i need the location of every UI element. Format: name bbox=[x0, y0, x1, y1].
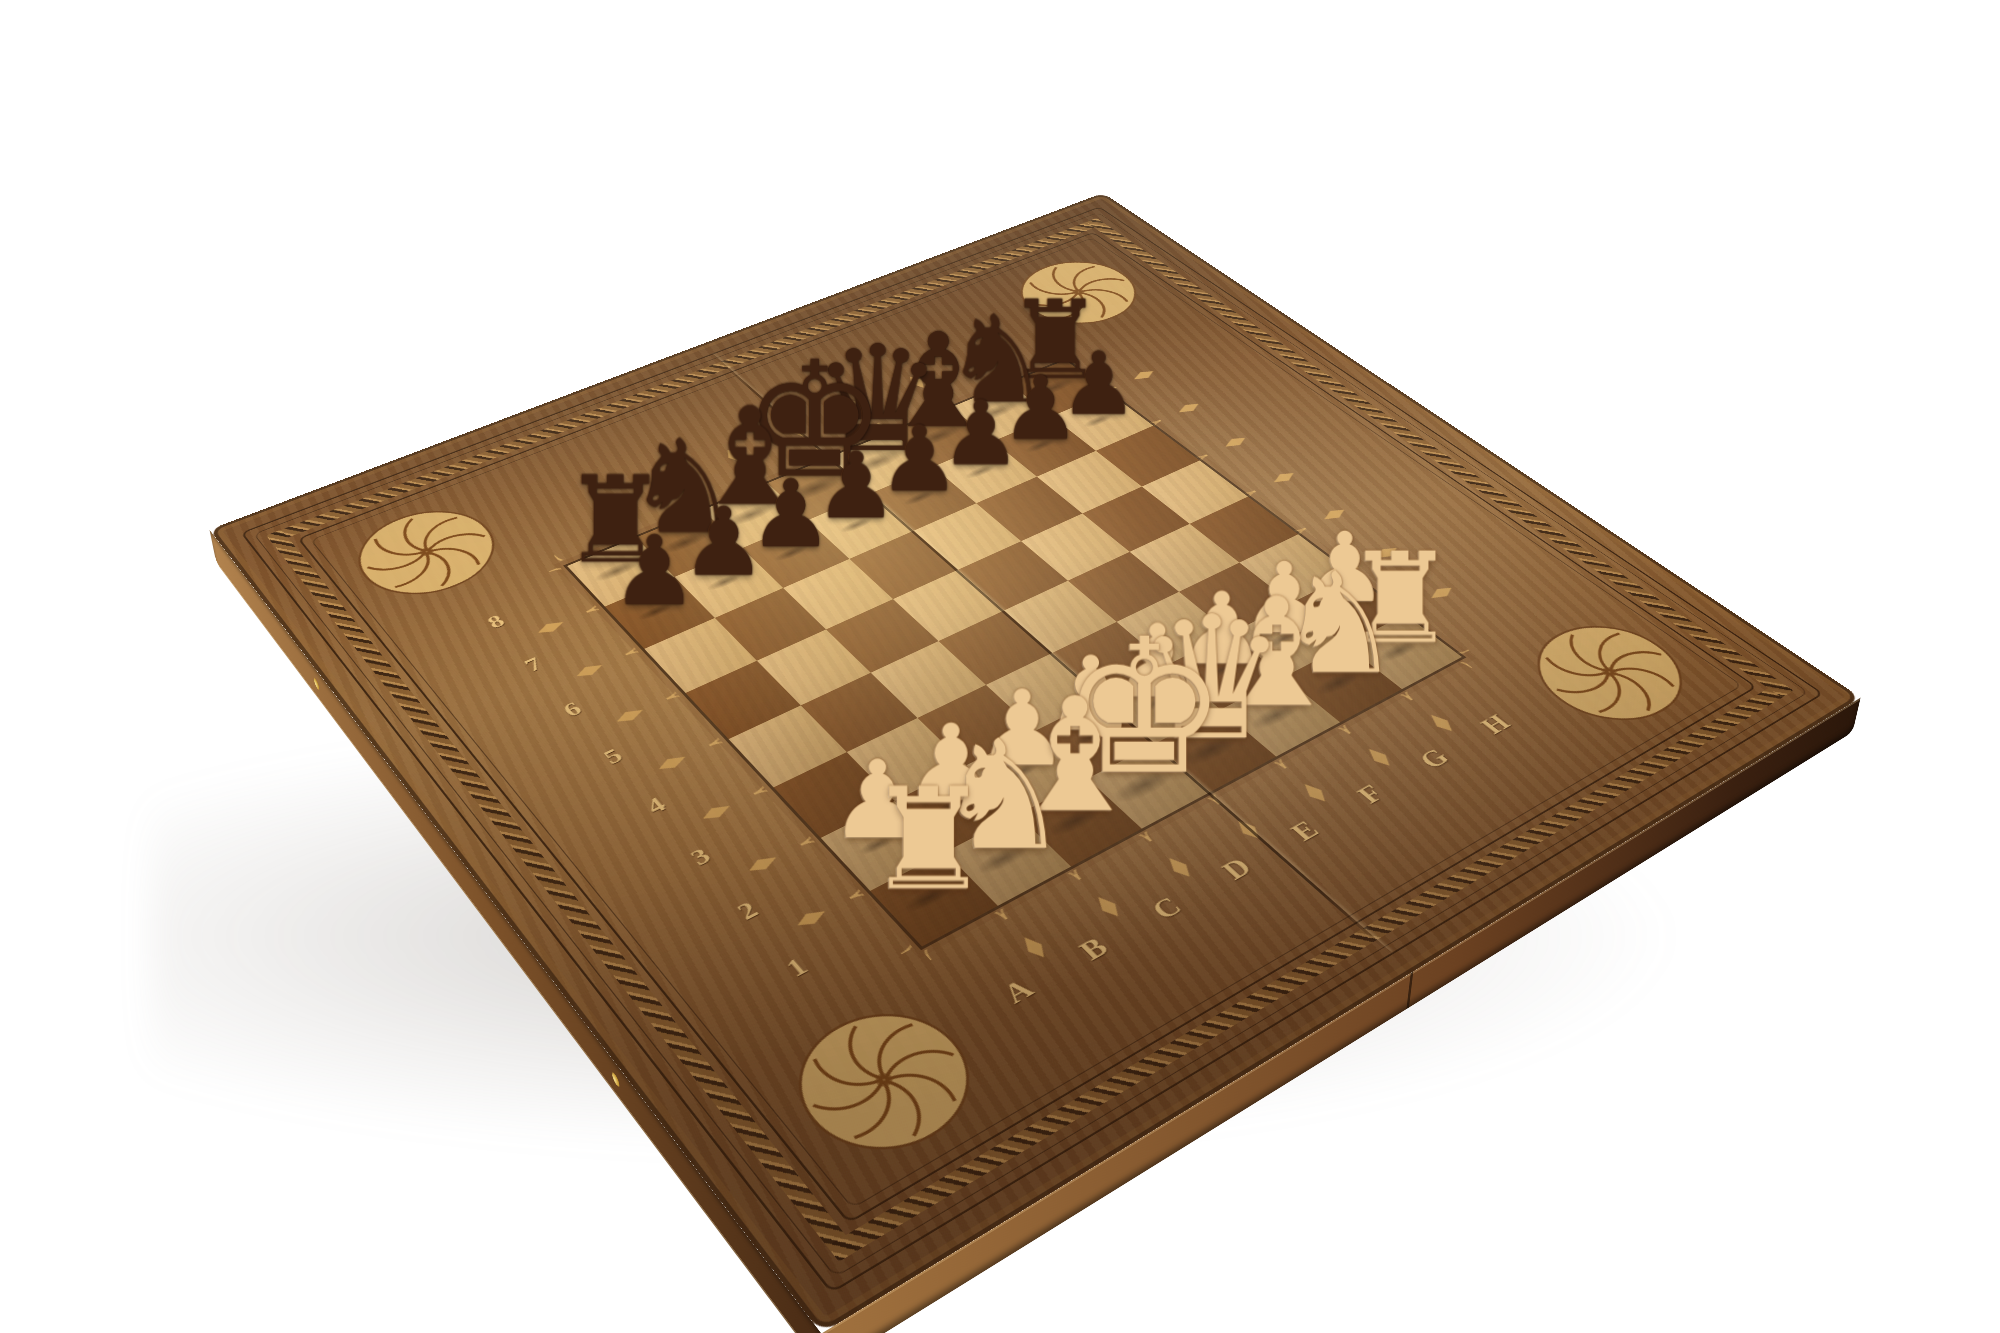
latch-pin-icon bbox=[612, 1070, 620, 1089]
product-photo: ABCDEFGH 87654321 ♜♞♝♚♛♝♞♜♟♟♟♟♟♟♟♟♟♟♟♟♟♟… bbox=[0, 0, 2000, 1333]
board-top-face: ABCDEFGH 87654321 ♜♞♝♚♛♝♞♜♟♟♟♟♟♟♟♟♟♟♟♟♟♟… bbox=[210, 193, 1861, 1333]
fold-cut-front-edge bbox=[1406, 971, 1413, 1009]
chess-board: ABCDEFGH 87654321 ♜♞♝♚♛♝♞♜♟♟♟♟♟♟♟♟♟♟♟♟♟♟… bbox=[210, 193, 1861, 1333]
piece-glyph: ♟ bbox=[611, 523, 697, 619]
scene: ABCDEFGH 87654321 ♜♞♝♚♛♝♞♜♟♟♟♟♟♟♟♟♟♟♟♟♟♟… bbox=[0, 0, 2000, 1333]
latch-pin-icon bbox=[313, 676, 320, 692]
eternity-rosette-icon bbox=[756, 981, 1014, 1188]
piece-glyph: ♜ bbox=[866, 769, 992, 909]
